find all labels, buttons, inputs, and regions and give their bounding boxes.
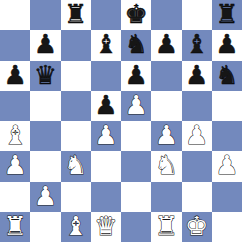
square-d5[interactable]: ♟ <box>91 91 121 121</box>
white-pawn[interactable]: ♟ <box>34 183 57 209</box>
square-e1[interactable] <box>121 212 151 242</box>
square-e2[interactable] <box>121 182 151 212</box>
square-g1[interactable]: ♚ <box>182 212 212 242</box>
square-a3[interactable]: ♟ <box>0 151 30 181</box>
square-c3[interactable]: ♞ <box>61 151 91 181</box>
square-g4[interactable]: ♟ <box>182 121 212 151</box>
white-knight[interactable]: ♞ <box>155 152 178 178</box>
square-d8[interactable] <box>91 0 121 30</box>
square-c1[interactable]: ♝ <box>61 212 91 242</box>
square-d3[interactable] <box>91 151 121 181</box>
square-g5[interactable] <box>182 91 212 121</box>
square-f8[interactable] <box>151 0 181 30</box>
square-d4[interactable]: ♟ <box>91 121 121 151</box>
square-f7[interactable]: ♟ <box>151 30 181 60</box>
square-g8[interactable] <box>182 0 212 30</box>
white-pawn[interactable]: ♟ <box>185 122 208 148</box>
white-pawn[interactable]: ♟ <box>124 92 147 118</box>
square-h1[interactable] <box>212 212 242 242</box>
square-g2[interactable] <box>182 182 212 212</box>
white-king[interactable]: ♚ <box>185 213 208 239</box>
square-g7[interactable]: ♝ <box>182 30 212 60</box>
black-knight[interactable]: ♞ <box>124 31 147 57</box>
square-a1[interactable]: ♜ <box>0 212 30 242</box>
square-h7[interactable]: ♟ <box>212 30 242 60</box>
black-pawn[interactable]: ♟ <box>94 92 117 118</box>
black-pawn[interactable]: ♟ <box>155 31 178 57</box>
square-d2[interactable] <box>91 182 121 212</box>
square-g3[interactable] <box>182 151 212 181</box>
square-e5[interactable]: ♟ <box>121 91 151 121</box>
square-b8[interactable] <box>30 0 60 30</box>
square-d1[interactable]: ♛ <box>91 212 121 242</box>
square-c8[interactable]: ♜ <box>61 0 91 30</box>
black-pawn[interactable]: ♟ <box>124 62 147 88</box>
square-f5[interactable] <box>151 91 181 121</box>
white-knight[interactable]: ♞ <box>64 152 87 178</box>
square-g6[interactable]: ♟ <box>182 61 212 91</box>
black-queen[interactable]: ♛ <box>34 62 57 88</box>
square-b5[interactable] <box>30 91 60 121</box>
white-rook[interactable]: ♜ <box>155 213 178 239</box>
square-h3[interactable]: ♟ <box>212 151 242 181</box>
square-e6[interactable]: ♟ <box>121 61 151 91</box>
square-b7[interactable]: ♟ <box>30 30 60 60</box>
black-rook[interactable]: ♜ <box>64 1 87 27</box>
square-a2[interactable] <box>0 182 30 212</box>
white-pawn[interactable]: ♟ <box>155 122 178 148</box>
chessboard-screenshot: ♜♚♜♟♝♞♟♝♟♟♛♟♟♞♟♟♝♟♟♟♟♞♞♟♟♜♝♛♜♚ <box>0 0 242 242</box>
chess-board: ♜♚♜♟♝♞♟♝♟♟♛♟♟♞♟♟♝♟♟♟♟♞♞♟♟♜♝♛♜♚ <box>0 0 242 242</box>
square-f1[interactable]: ♜ <box>151 212 181 242</box>
black-king[interactable]: ♚ <box>124 1 147 27</box>
square-f3[interactable]: ♞ <box>151 151 181 181</box>
white-bishop[interactable]: ♝ <box>3 122 26 148</box>
square-a5[interactable] <box>0 91 30 121</box>
black-pawn[interactable]: ♟ <box>185 62 208 88</box>
square-b3[interactable] <box>30 151 60 181</box>
square-a4[interactable]: ♝ <box>0 121 30 151</box>
black-bishop[interactable]: ♝ <box>94 31 117 57</box>
square-h4[interactable] <box>212 121 242 151</box>
square-c4[interactable] <box>61 121 91 151</box>
black-pawn[interactable]: ♟ <box>34 31 57 57</box>
square-c6[interactable] <box>61 61 91 91</box>
square-f4[interactable]: ♟ <box>151 121 181 151</box>
square-b1[interactable] <box>30 212 60 242</box>
square-e7[interactable]: ♞ <box>121 30 151 60</box>
square-b4[interactable] <box>30 121 60 151</box>
white-pawn[interactable]: ♟ <box>94 122 117 148</box>
square-a7[interactable] <box>0 30 30 60</box>
square-c5[interactable] <box>61 91 91 121</box>
black-pawn[interactable]: ♟ <box>215 31 238 57</box>
black-rook[interactable]: ♜ <box>215 1 238 27</box>
square-a6[interactable]: ♟ <box>0 61 30 91</box>
square-f6[interactable] <box>151 61 181 91</box>
white-rook[interactable]: ♜ <box>3 213 26 239</box>
black-pawn[interactable]: ♟ <box>3 62 26 88</box>
square-e3[interactable] <box>121 151 151 181</box>
square-d7[interactable]: ♝ <box>91 30 121 60</box>
square-a8[interactable] <box>0 0 30 30</box>
white-pawn[interactable]: ♟ <box>215 152 238 178</box>
square-c2[interactable] <box>61 182 91 212</box>
black-bishop[interactable]: ♝ <box>185 31 208 57</box>
square-e8[interactable]: ♚ <box>121 0 151 30</box>
black-knight[interactable]: ♞ <box>215 62 238 88</box>
square-e4[interactable] <box>121 121 151 151</box>
white-pawn[interactable]: ♟ <box>3 152 26 178</box>
square-b2[interactable]: ♟ <box>30 182 60 212</box>
square-h8[interactable]: ♜ <box>212 0 242 30</box>
square-f2[interactable] <box>151 182 181 212</box>
square-b6[interactable]: ♛ <box>30 61 60 91</box>
square-h2[interactable] <box>212 182 242 212</box>
white-bishop[interactable]: ♝ <box>64 213 87 239</box>
square-d6[interactable] <box>91 61 121 91</box>
square-h5[interactable] <box>212 91 242 121</box>
white-queen[interactable]: ♛ <box>94 213 117 239</box>
square-h6[interactable]: ♞ <box>212 61 242 91</box>
square-c7[interactable] <box>61 30 91 60</box>
